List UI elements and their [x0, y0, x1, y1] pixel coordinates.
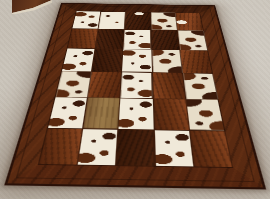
patch-white — [99, 12, 125, 29]
patch-tricolor — [121, 72, 153, 98]
patch-tricolor-heavy — [183, 73, 218, 99]
patch-tricolor — [124, 30, 151, 50]
patch-dark-white — [125, 12, 150, 29]
patch-brown — [190, 130, 232, 167]
patch-brown — [39, 128, 82, 164]
patch-tricolor-heavy — [152, 50, 182, 73]
patch-brown — [68, 29, 98, 49]
patch-brown — [180, 50, 212, 73]
patch-dark — [92, 49, 123, 72]
patch-tricolor-heavy — [186, 99, 224, 130]
patch-dark — [117, 129, 154, 165]
patch-brown-white — [175, 13, 203, 30]
patch-tricolor — [72, 11, 100, 28]
patch-tricolor — [78, 129, 118, 165]
patch-dark — [151, 30, 179, 50]
background-hide-corner — [12, 0, 52, 14]
patch-tan — [84, 98, 120, 129]
patch-brown — [88, 72, 121, 98]
patch-dark — [96, 29, 124, 49]
patch-grid — [39, 11, 232, 167]
patch-tricolor — [154, 130, 193, 167]
patch-tricolor — [48, 97, 87, 128]
photo — [0, 0, 270, 199]
patch-tricolor-heavy — [151, 13, 177, 30]
patch-tricolor — [62, 48, 95, 71]
patch-tricolor-heavy — [178, 30, 208, 50]
patch-tricolor-heavy — [56, 71, 91, 97]
patch-tricolor — [122, 49, 151, 72]
patch-tricolor — [119, 98, 153, 129]
patch-brown — [153, 73, 185, 99]
patch-brown — [153, 99, 188, 130]
